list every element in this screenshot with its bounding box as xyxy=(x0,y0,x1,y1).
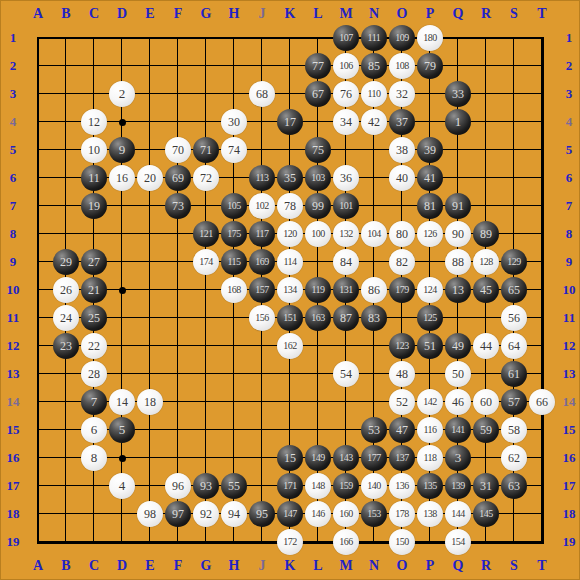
intersection-H15[interactable] xyxy=(220,416,248,444)
intersection-H16[interactable] xyxy=(220,444,248,472)
black-stone-L3-move-67: 67 xyxy=(305,81,331,107)
star-point-D4 xyxy=(119,119,126,126)
black-stone-H9-move-115: 115 xyxy=(221,249,247,275)
row-label-8-left: 8 xyxy=(2,220,24,248)
black-stone-Q10-move-13: 13 xyxy=(445,277,471,303)
white-stone-R12-move-44: 44 xyxy=(473,333,499,359)
intersection-B13[interactable] xyxy=(52,360,80,388)
column-label-F-top: F xyxy=(164,6,192,22)
white-stone-J7-move-102: 102 xyxy=(249,193,275,219)
white-stone-M3-move-76: 76 xyxy=(333,81,359,107)
column-label-R-top: R xyxy=(472,6,500,22)
intersection-S7[interactable] xyxy=(500,192,528,220)
row-label-14-right: 14 xyxy=(558,388,580,416)
column-label-F-bottom: F xyxy=(164,558,192,574)
intersection-C3[interactable] xyxy=(80,80,108,108)
intersection-C18[interactable] xyxy=(80,500,108,528)
intersection-L19[interactable] xyxy=(304,528,332,556)
white-stone-J3-move-68: 68 xyxy=(249,81,275,107)
black-stone-M17-move-159: 159 xyxy=(333,473,359,499)
row-label-8-right: 8 xyxy=(558,220,580,248)
intersection-E1[interactable] xyxy=(136,24,164,52)
column-label-A-top: A xyxy=(24,6,52,22)
intersection-M12[interactable] xyxy=(332,332,360,360)
intersection-K2[interactable] xyxy=(276,52,304,80)
column-label-K-bottom: K xyxy=(276,558,304,574)
intersection-B7[interactable] xyxy=(52,192,80,220)
white-stone-O6-move-40: 40 xyxy=(389,165,415,191)
intersection-S6[interactable] xyxy=(500,164,528,192)
intersection-R19[interactable] xyxy=(472,528,500,556)
white-stone-H4-move-30: 30 xyxy=(221,109,247,135)
white-stone-F17-move-96: 96 xyxy=(165,473,191,499)
intersection-D7[interactable] xyxy=(108,192,136,220)
column-label-E-bottom: E xyxy=(136,558,164,574)
black-stone-N1-move-111: 111 xyxy=(361,25,387,51)
intersection-T10[interactable] xyxy=(528,276,556,304)
intersection-F9[interactable] xyxy=(164,248,192,276)
black-stone-C14-move-7: 7 xyxy=(81,389,107,415)
intersection-D9[interactable] xyxy=(108,248,136,276)
intersection-T13[interactable] xyxy=(528,360,556,388)
intersection-R5[interactable] xyxy=(472,136,500,164)
intersection-F15[interactable] xyxy=(164,416,192,444)
intersection-B17[interactable] xyxy=(52,472,80,500)
intersection-T9[interactable] xyxy=(528,248,556,276)
star-point-D16 xyxy=(119,455,126,462)
intersection-F11[interactable] xyxy=(164,304,192,332)
intersection-J4[interactable] xyxy=(248,108,276,136)
intersection-S2[interactable] xyxy=(500,52,528,80)
intersection-T16[interactable] xyxy=(528,444,556,472)
intersection-A1[interactable] xyxy=(24,24,52,52)
intersection-B3[interactable] xyxy=(52,80,80,108)
intersection-O7[interactable] xyxy=(388,192,416,220)
intersection-K1[interactable] xyxy=(276,24,304,52)
intersection-O11[interactable] xyxy=(388,304,416,332)
intersection-S4[interactable] xyxy=(500,108,528,136)
intersection-J19[interactable] xyxy=(248,528,276,556)
black-stone-K4-move-17: 17 xyxy=(277,109,303,135)
intersection-E17[interactable] xyxy=(136,472,164,500)
white-stone-L18-move-146: 146 xyxy=(305,501,331,527)
intersection-J14[interactable] xyxy=(248,388,276,416)
intersection-G1[interactable] xyxy=(192,24,220,52)
row-label-15-left: 15 xyxy=(2,416,24,444)
intersection-E3[interactable] xyxy=(136,80,164,108)
intersection-F10[interactable] xyxy=(164,276,192,304)
intersection-P19[interactable] xyxy=(416,528,444,556)
intersection-G13[interactable] xyxy=(192,360,220,388)
intersection-D12[interactable] xyxy=(108,332,136,360)
white-stone-Q8-move-90: 90 xyxy=(445,221,471,247)
row-label-19-right: 19 xyxy=(558,528,580,556)
intersection-S3[interactable] xyxy=(500,80,528,108)
intersection-A7[interactable] xyxy=(24,192,52,220)
white-stone-M19-move-166: 166 xyxy=(333,529,359,555)
intersection-T6[interactable] xyxy=(528,164,556,192)
column-label-C-top: C xyxy=(80,6,108,22)
intersection-T12[interactable] xyxy=(528,332,556,360)
white-stone-Q9-move-88: 88 xyxy=(445,249,471,275)
black-stone-C7-move-19: 19 xyxy=(81,193,107,219)
black-stone-P11-move-125: 125 xyxy=(417,305,443,331)
black-stone-R17-move-31: 31 xyxy=(473,473,499,499)
white-stone-O17-move-136: 136 xyxy=(389,473,415,499)
white-stone-N4-move-42: 42 xyxy=(361,109,387,135)
intersection-E4[interactable] xyxy=(136,108,164,136)
intersection-B19[interactable] xyxy=(52,528,80,556)
intersection-H6[interactable] xyxy=(220,164,248,192)
black-stone-S10-move-65: 65 xyxy=(501,277,527,303)
intersection-A5[interactable] xyxy=(24,136,52,164)
intersection-A19[interactable] xyxy=(24,528,52,556)
intersection-B4[interactable] xyxy=(52,108,80,136)
intersection-D8[interactable] xyxy=(108,220,136,248)
intersection-K15[interactable] xyxy=(276,416,304,444)
column-label-B-bottom: B xyxy=(52,558,80,574)
column-label-H-top: H xyxy=(220,6,248,22)
black-stone-K18-move-147: 147 xyxy=(277,501,303,527)
intersection-E19[interactable] xyxy=(136,528,164,556)
intersection-R7[interactable] xyxy=(472,192,500,220)
intersection-J5[interactable] xyxy=(248,136,276,164)
intersection-D18[interactable] xyxy=(108,500,136,528)
intersection-E2[interactable] xyxy=(136,52,164,80)
intersection-G11[interactable] xyxy=(192,304,220,332)
row-label-17-right: 17 xyxy=(558,472,580,500)
row-label-6-left: 6 xyxy=(2,164,24,192)
black-stone-J9-move-169: 169 xyxy=(249,249,275,275)
intersection-H11[interactable] xyxy=(220,304,248,332)
intersection-H12[interactable] xyxy=(220,332,248,360)
intersection-A4[interactable] xyxy=(24,108,52,136)
star-point-D10 xyxy=(119,287,126,294)
intersection-A2[interactable] xyxy=(24,52,52,80)
intersection-S19[interactable] xyxy=(500,528,528,556)
intersection-B16[interactable] xyxy=(52,444,80,472)
intersection-R11[interactable] xyxy=(472,304,500,332)
intersection-N7[interactable] xyxy=(360,192,388,220)
intersection-S8[interactable] xyxy=(500,220,528,248)
intersection-Q1[interactable] xyxy=(444,24,472,52)
intersection-F4[interactable] xyxy=(164,108,192,136)
black-stone-Q15-move-141: 141 xyxy=(445,417,471,443)
intersection-E8[interactable] xyxy=(136,220,164,248)
row-label-11-right: 11 xyxy=(558,304,580,332)
intersection-T18[interactable] xyxy=(528,500,556,528)
row-label-16-right: 16 xyxy=(558,444,580,472)
column-label-J-bottom: J xyxy=(248,558,276,574)
intersection-T5[interactable] xyxy=(528,136,556,164)
white-stone-Q14-move-46: 46 xyxy=(445,389,471,415)
intersection-J15[interactable] xyxy=(248,416,276,444)
intersection-K13[interactable] xyxy=(276,360,304,388)
intersection-A16[interactable] xyxy=(24,444,52,472)
intersection-C1[interactable] xyxy=(80,24,108,52)
intersection-D13[interactable] xyxy=(108,360,136,388)
white-stone-C12-move-22: 22 xyxy=(81,333,107,359)
intersection-R6[interactable] xyxy=(472,164,500,192)
intersection-J2[interactable] xyxy=(248,52,276,80)
column-label-K-top: K xyxy=(276,6,304,22)
intersection-J12[interactable] xyxy=(248,332,276,360)
column-label-B-top: B xyxy=(52,6,80,22)
intersection-G4[interactable] xyxy=(192,108,220,136)
intersection-T8[interactable] xyxy=(528,220,556,248)
row-label-19-left: 19 xyxy=(2,528,24,556)
white-stone-K19-move-172: 172 xyxy=(277,529,303,555)
row-label-1-right: 1 xyxy=(558,24,580,52)
white-stone-Q13-move-50: 50 xyxy=(445,361,471,387)
intersection-Q5[interactable] xyxy=(444,136,472,164)
intersection-B2[interactable] xyxy=(52,52,80,80)
intersection-F8[interactable] xyxy=(164,220,192,248)
intersection-F2[interactable] xyxy=(164,52,192,80)
intersection-P3[interactable] xyxy=(416,80,444,108)
intersection-J17[interactable] xyxy=(248,472,276,500)
white-stone-R14-move-60: 60 xyxy=(473,389,499,415)
intersection-A8[interactable] xyxy=(24,220,52,248)
black-stone-O15-move-47: 47 xyxy=(389,417,415,443)
black-stone-O10-move-179: 179 xyxy=(389,277,415,303)
intersection-N14[interactable] xyxy=(360,388,388,416)
white-stone-P1-move-180: 180 xyxy=(417,25,443,51)
intersection-E9[interactable] xyxy=(136,248,164,276)
intersection-E13[interactable] xyxy=(136,360,164,388)
white-stone-K12-move-162: 162 xyxy=(277,333,303,359)
intersection-R3[interactable] xyxy=(472,80,500,108)
black-stone-R10-move-45: 45 xyxy=(473,277,499,303)
black-stone-K11-move-151: 151 xyxy=(277,305,303,331)
intersection-A3[interactable] xyxy=(24,80,52,108)
intersection-B15[interactable] xyxy=(52,416,80,444)
row-label-4-left: 4 xyxy=(2,108,24,136)
intersection-T2[interactable] xyxy=(528,52,556,80)
row-label-18-right: 18 xyxy=(558,500,580,528)
intersection-A14[interactable] xyxy=(24,388,52,416)
black-stone-H7-move-105: 105 xyxy=(221,193,247,219)
row-label-4-right: 4 xyxy=(558,108,580,136)
intersection-T19[interactable] xyxy=(528,528,556,556)
intersection-R13[interactable] xyxy=(472,360,500,388)
white-stone-O5-move-38: 38 xyxy=(389,137,415,163)
black-stone-J8-move-117: 117 xyxy=(249,221,275,247)
intersection-G14[interactable] xyxy=(192,388,220,416)
intersection-R4[interactable] xyxy=(472,108,500,136)
row-label-17-left: 17 xyxy=(2,472,24,500)
intersection-H19[interactable] xyxy=(220,528,248,556)
intersection-J16[interactable] xyxy=(248,444,276,472)
intersection-B6[interactable] xyxy=(52,164,80,192)
intersection-F16[interactable] xyxy=(164,444,192,472)
intersection-P4[interactable] xyxy=(416,108,444,136)
intersection-A13[interactable] xyxy=(24,360,52,388)
row-label-5-right: 5 xyxy=(558,136,580,164)
intersection-C2[interactable] xyxy=(80,52,108,80)
intersection-F3[interactable] xyxy=(164,80,192,108)
black-stone-O16-move-137: 137 xyxy=(389,445,415,471)
intersection-K3[interactable] xyxy=(276,80,304,108)
intersection-G19[interactable] xyxy=(192,528,220,556)
white-stone-D3-move-2: 2 xyxy=(109,81,135,107)
white-stone-S16-move-62: 62 xyxy=(501,445,527,471)
intersection-Q2[interactable] xyxy=(444,52,472,80)
column-label-L-bottom: L xyxy=(304,558,332,574)
intersection-P9[interactable] xyxy=(416,248,444,276)
white-stone-R9-move-128: 128 xyxy=(473,249,499,275)
intersection-E15[interactable] xyxy=(136,416,164,444)
intersection-G12[interactable] xyxy=(192,332,220,360)
intersection-G7[interactable] xyxy=(192,192,220,220)
intersection-K14[interactable] xyxy=(276,388,304,416)
intersection-F13[interactable] xyxy=(164,360,192,388)
black-stone-Q12-move-49: 49 xyxy=(445,333,471,359)
intersection-L15[interactable] xyxy=(304,416,332,444)
intersection-L4[interactable] xyxy=(304,108,332,136)
white-stone-C15-move-6: 6 xyxy=(81,417,107,443)
intersection-B18[interactable] xyxy=(52,500,80,528)
white-stone-C16-move-8: 8 xyxy=(81,445,107,471)
intersection-A11[interactable] xyxy=(24,304,52,332)
intersection-R2[interactable] xyxy=(472,52,500,80)
black-stone-F6-move-69: 69 xyxy=(165,165,191,191)
intersection-E5[interactable] xyxy=(136,136,164,164)
intersection-C8[interactable] xyxy=(80,220,108,248)
intersection-L14[interactable] xyxy=(304,388,332,416)
intersection-T11[interactable] xyxy=(528,304,556,332)
intersection-R16[interactable] xyxy=(472,444,500,472)
intersection-A18[interactable] xyxy=(24,500,52,528)
intersection-N6[interactable] xyxy=(360,164,388,192)
intersection-G10[interactable] xyxy=(192,276,220,304)
intersection-Q6[interactable] xyxy=(444,164,472,192)
intersection-A17[interactable] xyxy=(24,472,52,500)
intersection-R1[interactable] xyxy=(472,24,500,52)
intersection-N13[interactable] xyxy=(360,360,388,388)
intersection-T4[interactable] xyxy=(528,108,556,136)
intersection-M15[interactable] xyxy=(332,416,360,444)
white-stone-K10-move-134: 134 xyxy=(277,277,303,303)
black-stone-P2-move-79: 79 xyxy=(417,53,443,79)
intersection-P13[interactable] xyxy=(416,360,444,388)
intersection-L1[interactable] xyxy=(304,24,332,52)
intersection-F1[interactable] xyxy=(164,24,192,52)
black-stone-B9-move-29: 29 xyxy=(53,249,79,275)
intersection-H1[interactable] xyxy=(220,24,248,52)
row-label-1-left: 1 xyxy=(2,24,24,52)
black-stone-G17-move-93: 93 xyxy=(193,473,219,499)
intersection-G3[interactable] xyxy=(192,80,220,108)
intersection-T3[interactable] xyxy=(528,80,556,108)
black-stone-Q16-move-3: 3 xyxy=(445,445,471,471)
intersection-T7[interactable] xyxy=(528,192,556,220)
intersection-A9[interactable] xyxy=(24,248,52,276)
intersection-A6[interactable] xyxy=(24,164,52,192)
intersection-E11[interactable] xyxy=(136,304,164,332)
intersection-S18[interactable] xyxy=(500,500,528,528)
intersection-A15[interactable] xyxy=(24,416,52,444)
intersection-T17[interactable] xyxy=(528,472,556,500)
white-stone-E18-move-98: 98 xyxy=(137,501,163,527)
intersection-H3[interactable] xyxy=(220,80,248,108)
intersection-A12[interactable] xyxy=(24,332,52,360)
intersection-B5[interactable] xyxy=(52,136,80,164)
intersection-B1[interactable] xyxy=(52,24,80,52)
intersection-N5[interactable] xyxy=(360,136,388,164)
column-label-M-bottom: M xyxy=(332,558,360,574)
intersection-E16[interactable] xyxy=(136,444,164,472)
black-stone-R18-move-145: 145 xyxy=(473,501,499,527)
intersection-J13[interactable] xyxy=(248,360,276,388)
intersection-C19[interactable] xyxy=(80,528,108,556)
intersection-Q11[interactable] xyxy=(444,304,472,332)
white-stone-O9-move-82: 82 xyxy=(389,249,415,275)
intersection-S1[interactable] xyxy=(500,24,528,52)
intersection-A10[interactable] xyxy=(24,276,52,304)
intersection-E10[interactable] xyxy=(136,276,164,304)
black-stone-G5-move-71: 71 xyxy=(193,137,219,163)
intersection-K5[interactable] xyxy=(276,136,304,164)
intersection-H14[interactable] xyxy=(220,388,248,416)
intersection-L9[interactable] xyxy=(304,248,332,276)
intersection-M5[interactable] xyxy=(332,136,360,164)
black-stone-Q7-move-91: 91 xyxy=(445,193,471,219)
intersection-T15[interactable] xyxy=(528,416,556,444)
intersection-J1[interactable] xyxy=(248,24,276,52)
black-stone-O12-move-123: 123 xyxy=(389,333,415,359)
intersection-H2[interactable] xyxy=(220,52,248,80)
black-stone-F7-move-73: 73 xyxy=(165,193,191,219)
intersection-G15[interactable] xyxy=(192,416,220,444)
column-label-T-top: T xyxy=(528,6,556,22)
white-stone-S12-move-64: 64 xyxy=(501,333,527,359)
intersection-E12[interactable] xyxy=(136,332,164,360)
intersection-G2[interactable] xyxy=(192,52,220,80)
intersection-L13[interactable] xyxy=(304,360,332,388)
white-stone-S11-move-56: 56 xyxy=(501,305,527,331)
intersection-N19[interactable] xyxy=(360,528,388,556)
intersection-E7[interactable] xyxy=(136,192,164,220)
intersection-L12[interactable] xyxy=(304,332,332,360)
intersection-S5[interactable] xyxy=(500,136,528,164)
intersection-N12[interactable] xyxy=(360,332,388,360)
intersection-G16[interactable] xyxy=(192,444,220,472)
intersection-F14[interactable] xyxy=(164,388,192,416)
row-label-10-right: 10 xyxy=(558,276,580,304)
black-stone-R8-move-89: 89 xyxy=(473,221,499,247)
intersection-D2[interactable] xyxy=(108,52,136,80)
intersection-B8[interactable] xyxy=(52,220,80,248)
white-stone-K9-move-114: 114 xyxy=(277,249,303,275)
intersection-T1[interactable] xyxy=(528,24,556,52)
intersection-D1[interactable] xyxy=(108,24,136,52)
intersection-B14[interactable] xyxy=(52,388,80,416)
column-label-P-bottom: P xyxy=(416,558,444,574)
column-label-L-top: L xyxy=(304,6,332,22)
intersection-C17[interactable] xyxy=(80,472,108,500)
intersection-N9[interactable] xyxy=(360,248,388,276)
intersection-H13[interactable] xyxy=(220,360,248,388)
intersection-M14[interactable] xyxy=(332,388,360,416)
intersection-F19[interactable] xyxy=(164,528,192,556)
white-stone-P16-move-118: 118 xyxy=(417,445,443,471)
intersection-D19[interactable] xyxy=(108,528,136,556)
intersection-F12[interactable] xyxy=(164,332,192,360)
white-stone-K8-move-120: 120 xyxy=(277,221,303,247)
intersection-D11[interactable] xyxy=(108,304,136,332)
black-stone-D5-move-9: 9 xyxy=(109,137,135,163)
